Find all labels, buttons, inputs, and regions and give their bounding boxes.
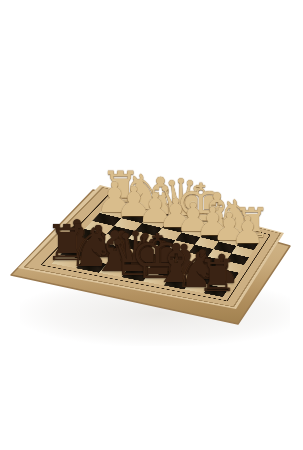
product-photo-scene: ♜♞♝♛♚♝♞♜♟♟♟♟♟♟♟♟♟♟♟♟♟♟♟♟♜♞♝♛♚♝♞♜ xyxy=(0,0,303,450)
